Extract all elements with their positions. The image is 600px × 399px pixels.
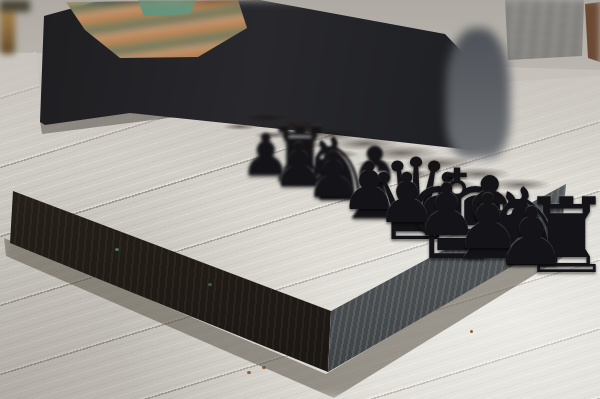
piece-layer: ♜♞♝♛♚♝♞♜♟♟♟♟♟♟♟♟	[0, 0, 600, 399]
photo-scene: ♜♞♝♛♚♝♞♜♟♟♟♟♟♟♟♟	[0, 0, 600, 399]
chess-piece-glyph: ♟	[496, 197, 567, 277]
